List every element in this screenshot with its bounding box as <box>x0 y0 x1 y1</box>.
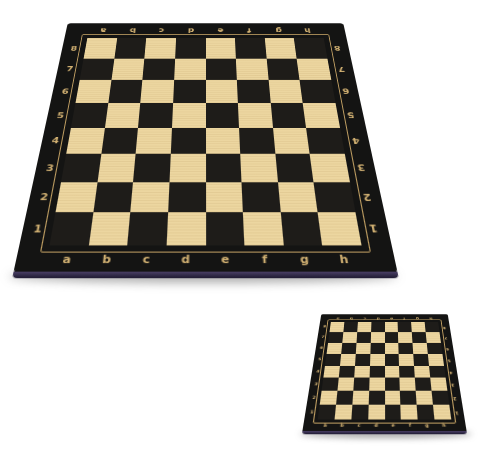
square-h3-large <box>310 154 350 182</box>
coordinate-file-b-top-large: b <box>117 23 148 38</box>
square-d5-large <box>172 103 206 128</box>
coordinate-rank-7-right-small: 7 <box>440 332 453 343</box>
coordinate-file-d-bottom-small: d <box>367 420 384 432</box>
square-e6-small <box>385 343 400 354</box>
coordinate-rank-3-left-small: 3 <box>309 378 323 391</box>
square-b6-large <box>108 80 143 103</box>
coordinate-file-g-top-large: g <box>263 23 294 38</box>
coordinate-rank-7-right-large: 7 <box>327 59 356 80</box>
square-f1-small <box>401 405 418 420</box>
coordinate-rank-1-right-large: 1 <box>355 212 391 245</box>
square-b5-large <box>105 103 141 128</box>
square-a6-small <box>326 343 342 354</box>
square-b5-small <box>340 354 356 366</box>
square-c8-small <box>357 322 371 332</box>
coordinate-rank-5-left-small: 5 <box>313 354 326 366</box>
square-c7-large <box>143 59 175 81</box>
square-e8-large <box>206 38 236 58</box>
coordinate-file-a-bottom-small: a <box>316 420 334 432</box>
square-a3-small <box>321 378 338 391</box>
square-e4-large <box>206 128 241 154</box>
coordinate-rank-2-right-large: 2 <box>350 182 385 212</box>
square-c8-large <box>145 38 176 58</box>
square-a3-large <box>61 154 101 182</box>
square-g2-large <box>278 182 318 212</box>
coordinate-rank-5-left-large: 5 <box>45 103 76 128</box>
coordinate-file-c-bottom-small: c <box>350 420 368 432</box>
square-b7-large <box>111 59 144 81</box>
coordinate-file-h-top-small: h <box>424 314 438 322</box>
square-e1-small <box>385 405 402 420</box>
square-g4-large <box>273 128 310 154</box>
coordinate-file-d-top-small: d <box>371 314 384 322</box>
square-e7-small <box>385 332 399 343</box>
square-e2-large <box>206 182 243 212</box>
coordinate-rank-2-right-small: 2 <box>448 391 463 405</box>
coordinate-rank-7-left-small: 7 <box>317 332 330 343</box>
coordinate-file-h-top-large: h <box>292 23 324 38</box>
square-e8-small <box>385 322 399 332</box>
square-a7-small <box>328 332 343 343</box>
square-a4-large <box>67 128 105 154</box>
coordinate-rank-6-right-small: 6 <box>441 343 454 354</box>
squares-grid <box>50 38 361 245</box>
coordinate-file-a-top-large: a <box>88 23 120 38</box>
coordinate-file-b-bottom-small: b <box>333 420 351 432</box>
square-g8-small <box>411 322 425 332</box>
square-e4-small <box>385 366 400 378</box>
square-f7-small <box>398 332 413 343</box>
square-d7-large <box>174 59 205 81</box>
coordinate-file-c-bottom-large: c <box>125 245 166 273</box>
square-d5-small <box>370 354 385 366</box>
coordinate-file-b-top-small: b <box>344 314 358 322</box>
square-a5-large <box>71 103 108 128</box>
coordinate-rank-4-left-small: 4 <box>311 366 325 378</box>
coordinate-rank-8-right-large: 8 <box>323 38 351 58</box>
coordinate-rank-6-right-large: 6 <box>331 80 361 103</box>
square-a5-small <box>325 354 341 366</box>
square-h4-large <box>306 128 344 154</box>
square-c2-large <box>131 182 170 212</box>
square-g3-large <box>275 154 314 182</box>
square-a1-small <box>317 405 335 420</box>
square-h2-large <box>314 182 356 212</box>
square-d1-large <box>167 212 206 245</box>
square-d2-small <box>368 391 384 405</box>
coordinate-rank-4-right-large: 4 <box>340 128 372 154</box>
square-b6-small <box>341 343 356 354</box>
square-d4-large <box>171 128 206 154</box>
coordinate-file-f-top-large: f <box>234 23 264 38</box>
square-c5-large <box>138 103 173 128</box>
square-d8-small <box>371 322 385 332</box>
square-f5-small <box>399 354 414 366</box>
square-b2-small <box>336 391 353 405</box>
coordinate-rank-1-left-small: 1 <box>304 405 319 420</box>
square-f2-large <box>242 182 281 212</box>
coordinate-rank-4-right-small: 4 <box>444 366 458 378</box>
square-b1-large <box>89 212 131 245</box>
square-g8-large <box>264 38 296 58</box>
coordinate-file-h-bottom-large: h <box>322 245 366 273</box>
square-f6-large <box>237 80 270 103</box>
coordinate-rank-4-left-large: 4 <box>39 128 71 154</box>
coordinate-rank-3-left-large: 3 <box>33 154 66 182</box>
coordinate-file-g-top-small: g <box>411 314 425 322</box>
square-d6-large <box>173 80 205 103</box>
square-e3-small <box>385 378 401 391</box>
square-e2-small <box>385 391 401 405</box>
square-a4-small <box>323 366 340 378</box>
square-c6-large <box>141 80 174 103</box>
square-c4-large <box>136 128 172 154</box>
coordinate-rank-8-left-large: 8 <box>60 38 88 58</box>
square-e7-large <box>206 59 237 81</box>
square-g6-large <box>268 80 303 103</box>
square-c1-large <box>128 212 168 245</box>
square-d1-small <box>368 405 385 420</box>
square-c5-small <box>355 354 370 366</box>
square-f1-large <box>243 212 283 245</box>
square-h6-large <box>300 80 336 103</box>
square-f5-large <box>238 103 273 128</box>
coordinate-file-h-bottom-small: h <box>435 420 453 432</box>
coordinate-rank-6-left-small: 6 <box>315 343 328 354</box>
square-d7-small <box>370 332 384 343</box>
coordinate-file-c-top-large: c <box>147 23 177 38</box>
square-f8-small <box>398 322 412 332</box>
coordinate-rank-1-left-large: 1 <box>19 212 55 245</box>
square-g5-large <box>270 103 306 128</box>
coordinate-file-e-bottom-large: e <box>206 245 246 273</box>
square-b4-small <box>338 366 354 378</box>
square-e6-large <box>206 80 238 103</box>
coordinate-file-b-bottom-large: b <box>85 245 128 273</box>
square-f4-small <box>399 366 415 378</box>
square-g7-large <box>266 59 299 81</box>
square-g1-small <box>417 405 435 420</box>
square-g2-small <box>416 391 433 405</box>
square-d3-large <box>169 154 205 182</box>
coordinate-rank-8-left-small: 8 <box>318 322 330 332</box>
square-d2-large <box>168 182 205 212</box>
chessboard-view-large: aabbccddeeffgghh8877665544332211 <box>45 0 366 288</box>
coordinate-file-d-top-large: d <box>176 23 205 38</box>
square-h5-large <box>303 103 340 128</box>
chessboard-large: aabbccddeeffgghh8877665544332211 <box>13 23 397 272</box>
coordinate-rank-3-right-large: 3 <box>344 154 377 182</box>
square-h7-large <box>297 59 331 81</box>
coordinate-file-a-top-small: a <box>331 314 345 322</box>
square-a8-large <box>84 38 117 58</box>
square-a2-small <box>319 391 337 405</box>
square-b3-large <box>97 154 136 182</box>
square-f4-large <box>239 128 275 154</box>
square-b7-small <box>342 332 357 343</box>
square-g5-small <box>414 354 430 366</box>
square-d4-small <box>369 366 384 378</box>
square-a2-large <box>56 182 98 212</box>
coordinate-file-c-top-small: c <box>358 314 372 322</box>
coordinate-rank-2-left-small: 2 <box>307 391 322 405</box>
coordinate-file-f-bottom-large: f <box>244 245 285 273</box>
square-c7-small <box>356 332 371 343</box>
square-b1-small <box>334 405 352 420</box>
coordinate-file-f-top-small: f <box>398 314 412 322</box>
square-f7-large <box>236 59 268 81</box>
square-c2-small <box>352 391 369 405</box>
square-c4-small <box>354 366 370 378</box>
square-c6-small <box>355 343 370 354</box>
coordinate-file-d-bottom-large: d <box>165 245 205 273</box>
square-e1-large <box>206 212 245 245</box>
square-h8-large <box>294 38 327 58</box>
coordinate-file-e-top-large: e <box>206 23 235 38</box>
square-e5-large <box>206 103 240 128</box>
square-b8-large <box>114 38 146 58</box>
coordinate-rank-8-right-small: 8 <box>438 322 450 332</box>
square-c3-large <box>133 154 170 182</box>
square-b2-large <box>93 182 133 212</box>
square-g6-small <box>413 343 428 354</box>
coordinate-rank-5-right-small: 5 <box>443 354 456 366</box>
square-g4-small <box>414 366 430 378</box>
square-h1-large <box>318 212 361 245</box>
coordinate-rank-6-left-large: 6 <box>50 80 80 103</box>
coordinate-rank-5-right-large: 5 <box>335 103 366 128</box>
square-d6-small <box>370 343 385 354</box>
square-e3-large <box>206 154 242 182</box>
square-a8-small <box>329 322 344 332</box>
coordinate-rank-3-right-small: 3 <box>446 378 460 391</box>
square-f8-large <box>235 38 266 58</box>
product-photo-canvas: aabbccddeeffgghh8877665544332211 aabbccd… <box>0 0 500 464</box>
square-f3-small <box>400 378 416 391</box>
coordinate-file-a-bottom-large: a <box>45 245 89 273</box>
square-f2-small <box>400 391 417 405</box>
squares-grid <box>317 322 451 420</box>
square-b3-small <box>337 378 354 391</box>
square-a6-large <box>76 80 112 103</box>
coordinate-rank-7-left-large: 7 <box>55 59 84 80</box>
coordinate-file-e-top-small: e <box>385 314 398 322</box>
square-g1-large <box>280 212 322 245</box>
square-f3-large <box>240 154 277 182</box>
square-f6-small <box>399 343 414 354</box>
square-b8-small <box>343 322 357 332</box>
square-c3-small <box>353 378 369 391</box>
square-e5-small <box>385 354 400 366</box>
square-d3-small <box>369 378 385 391</box>
square-d8-large <box>175 38 205 58</box>
coordinate-file-g-bottom-small: g <box>418 420 436 432</box>
square-a1-large <box>50 212 93 245</box>
coordinate-rank-2-left-large: 2 <box>27 182 62 212</box>
square-g3-small <box>415 378 432 391</box>
coordinate-rank-1-right-small: 1 <box>450 405 465 420</box>
square-g7-small <box>412 332 427 343</box>
chessboard-view-small: aabbccddeeffgghh8877665544332211 <box>313 294 456 437</box>
square-c1-small <box>351 405 368 420</box>
coordinate-file-e-bottom-small: e <box>385 420 402 432</box>
coordinate-file-g-bottom-large: g <box>283 245 326 273</box>
square-b4-large <box>101 128 138 154</box>
chessboard-small: aabbccddeeffgghh8877665544332211 <box>302 314 467 432</box>
coordinate-file-f-bottom-small: f <box>401 420 419 432</box>
square-a7-large <box>80 59 114 81</box>
